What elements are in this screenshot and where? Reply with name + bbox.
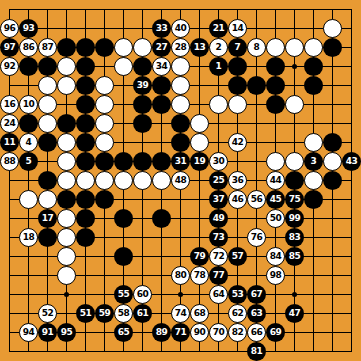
black-stone-move-81: 81 bbox=[247, 342, 266, 361]
move-number: 36 bbox=[232, 176, 244, 185]
white-stone bbox=[57, 266, 76, 285]
move-number: 17 bbox=[42, 214, 54, 223]
black-stone bbox=[323, 38, 342, 57]
black-stone-move-83: 83 bbox=[285, 228, 304, 247]
white-stone-move-14: 14 bbox=[228, 19, 247, 38]
white-stone-move-64: 64 bbox=[209, 285, 228, 304]
move-number: 91 bbox=[42, 328, 54, 337]
white-stone-move-56: 56 bbox=[247, 190, 266, 209]
white-stone bbox=[152, 171, 171, 190]
move-number: 74 bbox=[175, 309, 187, 318]
white-stone-move-36: 36 bbox=[228, 171, 247, 190]
move-number: 18 bbox=[23, 233, 35, 242]
black-stone-move-63: 63 bbox=[247, 304, 266, 323]
black-stone bbox=[76, 190, 95, 209]
white-stone-move-84: 84 bbox=[266, 247, 285, 266]
white-stone bbox=[171, 95, 190, 114]
black-stone-move-7: 7 bbox=[228, 38, 247, 57]
white-stone-move-4: 4 bbox=[19, 133, 38, 152]
black-stone bbox=[304, 190, 323, 209]
move-number: 76 bbox=[251, 233, 263, 242]
move-number: 63 bbox=[251, 309, 263, 318]
black-stone bbox=[247, 76, 266, 95]
move-number: 94 bbox=[23, 328, 35, 337]
black-stone bbox=[266, 57, 285, 76]
move-number: 45 bbox=[270, 195, 282, 204]
black-stone-move-25: 25 bbox=[209, 171, 228, 190]
hoshi-point bbox=[64, 292, 69, 297]
black-stone bbox=[323, 171, 342, 190]
black-stone bbox=[76, 76, 95, 95]
move-number: 31 bbox=[175, 157, 187, 166]
white-stone bbox=[76, 171, 95, 190]
white-stone bbox=[285, 95, 304, 114]
move-number: 64 bbox=[213, 290, 225, 299]
black-stone bbox=[152, 209, 171, 228]
white-stone bbox=[57, 209, 76, 228]
white-stone bbox=[95, 171, 114, 190]
move-number: 92 bbox=[4, 62, 16, 71]
black-stone-move-3: 3 bbox=[304, 152, 323, 171]
white-stone bbox=[57, 247, 76, 266]
white-stone-move-94: 94 bbox=[19, 323, 38, 342]
white-stone-move-60: 60 bbox=[133, 285, 152, 304]
black-stone bbox=[76, 133, 95, 152]
move-number: 25 bbox=[213, 176, 225, 185]
white-stone-move-68: 68 bbox=[190, 304, 209, 323]
black-stone-move-79: 79 bbox=[190, 247, 209, 266]
black-stone bbox=[228, 76, 247, 95]
black-stone bbox=[19, 57, 38, 76]
black-stone bbox=[76, 228, 95, 247]
move-number: 61 bbox=[137, 309, 149, 318]
move-number: 47 bbox=[289, 309, 301, 318]
white-stone bbox=[304, 171, 323, 190]
black-stone bbox=[323, 133, 342, 152]
white-stone bbox=[57, 228, 76, 247]
move-number: 48 bbox=[175, 176, 187, 185]
move-number: 95 bbox=[61, 328, 73, 337]
black-stone-move-67: 67 bbox=[247, 285, 266, 304]
black-stone bbox=[38, 133, 57, 152]
move-number: 43 bbox=[346, 157, 358, 166]
black-stone-move-77: 77 bbox=[209, 266, 228, 285]
move-number: 87 bbox=[42, 43, 54, 52]
white-stone bbox=[133, 38, 152, 57]
move-number: 52 bbox=[42, 309, 54, 318]
move-number: 39 bbox=[137, 81, 149, 90]
black-stone-move-59: 59 bbox=[95, 304, 114, 323]
white-stone-move-24: 24 bbox=[0, 114, 19, 133]
white-stone-move-82: 82 bbox=[228, 323, 247, 342]
move-number: 83 bbox=[289, 233, 301, 242]
move-number: 62 bbox=[232, 309, 244, 318]
black-stone-move-11: 11 bbox=[0, 133, 19, 152]
black-stone bbox=[304, 57, 323, 76]
black-stone bbox=[19, 114, 38, 133]
move-number: 10 bbox=[23, 100, 35, 109]
move-number: 60 bbox=[137, 290, 149, 299]
white-stone-move-2: 2 bbox=[209, 38, 228, 57]
move-number: 46 bbox=[232, 195, 244, 204]
black-stone-move-97: 97 bbox=[0, 38, 19, 57]
white-stone-move-40: 40 bbox=[171, 19, 190, 38]
black-stone bbox=[38, 228, 57, 247]
move-number: 1 bbox=[216, 62, 222, 71]
black-stone-move-47: 47 bbox=[285, 304, 304, 323]
black-stone bbox=[57, 38, 76, 57]
white-stone-move-44: 44 bbox=[266, 171, 285, 190]
move-number: 28 bbox=[175, 43, 187, 52]
black-stone-move-65: 65 bbox=[114, 323, 133, 342]
move-number: 21 bbox=[213, 24, 225, 33]
black-stone-move-45: 45 bbox=[266, 190, 285, 209]
move-number: 96 bbox=[4, 24, 16, 33]
white-stone-move-8: 8 bbox=[247, 38, 266, 57]
white-stone bbox=[323, 152, 342, 171]
move-number: 70 bbox=[213, 328, 225, 337]
black-stone bbox=[76, 38, 95, 57]
move-number: 85 bbox=[289, 252, 301, 261]
black-stone bbox=[152, 76, 171, 95]
white-stone-move-18: 18 bbox=[19, 228, 38, 247]
black-stone bbox=[304, 76, 323, 95]
move-number: 73 bbox=[213, 233, 225, 242]
hoshi-point bbox=[292, 64, 297, 69]
white-stone-move-96: 96 bbox=[0, 19, 19, 38]
black-stone-move-55: 55 bbox=[114, 285, 133, 304]
move-number: 89 bbox=[156, 328, 168, 337]
black-stone bbox=[57, 190, 76, 209]
white-stone bbox=[38, 190, 57, 209]
move-number: 81 bbox=[251, 347, 263, 356]
black-stone bbox=[38, 57, 57, 76]
black-stone bbox=[152, 95, 171, 114]
move-number: 24 bbox=[4, 119, 16, 128]
black-stone-move-19: 19 bbox=[190, 152, 209, 171]
black-stone bbox=[95, 190, 114, 209]
white-stone bbox=[95, 133, 114, 152]
move-number: 49 bbox=[213, 214, 225, 223]
black-stone bbox=[285, 171, 304, 190]
move-number: 16 bbox=[4, 100, 16, 109]
white-stone-move-58: 58 bbox=[114, 304, 133, 323]
white-stone-move-86: 86 bbox=[19, 38, 38, 57]
white-stone-move-62: 62 bbox=[228, 304, 247, 323]
white-stone-move-87: 87 bbox=[38, 38, 57, 57]
hoshi-point bbox=[292, 292, 297, 297]
move-number: 77 bbox=[213, 271, 225, 280]
white-stone-move-72: 72 bbox=[209, 247, 228, 266]
white-stone bbox=[57, 76, 76, 95]
move-number: 3 bbox=[311, 157, 317, 166]
white-stone bbox=[57, 171, 76, 190]
white-stone-move-48: 48 bbox=[171, 171, 190, 190]
black-stone-move-27: 27 bbox=[152, 38, 171, 57]
move-number: 51 bbox=[80, 309, 92, 318]
white-stone-move-42: 42 bbox=[228, 133, 247, 152]
black-stone-move-33: 33 bbox=[152, 19, 171, 38]
black-stone-move-17: 17 bbox=[38, 209, 57, 228]
move-number: 90 bbox=[194, 328, 206, 337]
move-number: 72 bbox=[213, 252, 225, 261]
white-stone bbox=[114, 38, 133, 57]
white-stone bbox=[228, 95, 247, 114]
move-number: 33 bbox=[156, 24, 168, 33]
move-number: 58 bbox=[118, 309, 130, 318]
black-stone bbox=[76, 95, 95, 114]
black-stone-move-95: 95 bbox=[57, 323, 76, 342]
move-number: 2 bbox=[216, 43, 222, 52]
black-stone bbox=[133, 114, 152, 133]
white-stone bbox=[323, 19, 342, 38]
white-stone-move-28: 28 bbox=[171, 38, 190, 57]
black-stone-move-13: 13 bbox=[190, 38, 209, 57]
go-board[interactable]: 9693334021149786872728132789234139161024… bbox=[0, 0, 361, 361]
black-stone-move-91: 91 bbox=[38, 323, 57, 342]
move-number: 86 bbox=[23, 43, 35, 52]
move-number: 44 bbox=[270, 176, 282, 185]
black-stone-move-1: 1 bbox=[209, 57, 228, 76]
white-stone bbox=[266, 152, 285, 171]
black-stone bbox=[114, 247, 133, 266]
white-stone bbox=[285, 38, 304, 57]
black-stone bbox=[114, 209, 133, 228]
white-stone-move-52: 52 bbox=[38, 304, 57, 323]
go-diagram: 9693334021149786872728132789234139161024… bbox=[0, 0, 361, 361]
black-stone-move-73: 73 bbox=[209, 228, 228, 247]
black-stone-move-5: 5 bbox=[19, 152, 38, 171]
black-stone-move-39: 39 bbox=[133, 76, 152, 95]
white-stone bbox=[114, 171, 133, 190]
black-stone bbox=[228, 57, 247, 76]
move-number: 79 bbox=[194, 252, 206, 261]
white-stone-move-92: 92 bbox=[0, 57, 19, 76]
move-number: 75 bbox=[289, 195, 301, 204]
black-stone bbox=[76, 152, 95, 171]
move-number: 13 bbox=[194, 43, 206, 52]
black-stone bbox=[266, 76, 285, 95]
move-number: 50 bbox=[270, 214, 282, 223]
move-number: 98 bbox=[270, 271, 282, 280]
white-stone bbox=[285, 152, 304, 171]
white-stone bbox=[171, 57, 190, 76]
black-stone bbox=[95, 152, 114, 171]
move-number: 71 bbox=[175, 328, 187, 337]
white-stone-move-46: 46 bbox=[228, 190, 247, 209]
move-number: 93 bbox=[23, 24, 35, 33]
white-stone bbox=[57, 133, 76, 152]
move-number: 65 bbox=[118, 328, 130, 337]
white-stone-move-74: 74 bbox=[171, 304, 190, 323]
white-stone bbox=[95, 76, 114, 95]
black-stone-move-37: 37 bbox=[209, 190, 228, 209]
black-stone bbox=[76, 209, 95, 228]
white-stone-move-34: 34 bbox=[152, 57, 171, 76]
black-stone-move-21: 21 bbox=[209, 19, 228, 38]
white-stone bbox=[95, 114, 114, 133]
white-stone bbox=[190, 114, 209, 133]
black-stone-move-43: 43 bbox=[342, 152, 361, 171]
white-stone-move-16: 16 bbox=[0, 95, 19, 114]
black-stone bbox=[152, 152, 171, 171]
black-stone bbox=[76, 57, 95, 76]
move-number: 40 bbox=[175, 24, 187, 33]
black-stone-move-93: 93 bbox=[19, 19, 38, 38]
black-stone-move-71: 71 bbox=[171, 323, 190, 342]
move-number: 97 bbox=[4, 43, 16, 52]
black-stone-move-85: 85 bbox=[285, 247, 304, 266]
move-number: 78 bbox=[194, 271, 206, 280]
white-stone-move-50: 50 bbox=[266, 209, 285, 228]
black-stone bbox=[95, 38, 114, 57]
white-stone-move-66: 66 bbox=[247, 323, 266, 342]
move-number: 5 bbox=[26, 157, 32, 166]
hoshi-point bbox=[178, 292, 183, 297]
move-number: 59 bbox=[99, 309, 111, 318]
black-stone-move-49: 49 bbox=[209, 209, 228, 228]
move-number: 7 bbox=[235, 43, 241, 52]
white-stone bbox=[57, 57, 76, 76]
move-number: 8 bbox=[254, 43, 260, 52]
move-number: 19 bbox=[194, 157, 206, 166]
white-stone-move-70: 70 bbox=[209, 323, 228, 342]
white-stone bbox=[171, 76, 190, 95]
move-number: 11 bbox=[4, 138, 16, 147]
move-number: 53 bbox=[232, 290, 244, 299]
white-stone bbox=[95, 95, 114, 114]
black-stone bbox=[76, 114, 95, 133]
black-stone bbox=[171, 114, 190, 133]
move-number: 99 bbox=[289, 214, 301, 223]
move-number: 84 bbox=[270, 252, 282, 261]
white-stone-move-76: 76 bbox=[247, 228, 266, 247]
white-stone bbox=[19, 190, 38, 209]
white-stone bbox=[133, 171, 152, 190]
move-number: 80 bbox=[175, 271, 187, 280]
black-stone-move-53: 53 bbox=[228, 285, 247, 304]
move-number: 42 bbox=[232, 138, 244, 147]
move-number: 27 bbox=[156, 43, 168, 52]
white-stone-move-80: 80 bbox=[171, 266, 190, 285]
black-stone bbox=[57, 114, 76, 133]
white-stone bbox=[304, 133, 323, 152]
black-stone bbox=[133, 152, 152, 171]
move-number: 66 bbox=[251, 328, 263, 337]
black-stone bbox=[133, 95, 152, 114]
move-number: 30 bbox=[213, 157, 225, 166]
black-stone-move-99: 99 bbox=[285, 209, 304, 228]
white-stone-move-78: 78 bbox=[190, 266, 209, 285]
black-stone-move-57: 57 bbox=[228, 247, 247, 266]
black-stone-move-89: 89 bbox=[152, 323, 171, 342]
move-number: 68 bbox=[194, 309, 206, 318]
white-stone-move-90: 90 bbox=[190, 323, 209, 342]
move-number: 37 bbox=[213, 195, 225, 204]
white-stone bbox=[57, 152, 76, 171]
white-stone bbox=[209, 95, 228, 114]
move-number: 67 bbox=[251, 290, 263, 299]
black-stone-move-61: 61 bbox=[133, 304, 152, 323]
white-stone bbox=[304, 38, 323, 57]
white-stone bbox=[190, 133, 209, 152]
black-stone bbox=[133, 57, 152, 76]
move-number: 34 bbox=[156, 62, 168, 71]
move-number: 57 bbox=[232, 252, 244, 261]
white-stone bbox=[38, 114, 57, 133]
black-stone-move-31: 31 bbox=[171, 152, 190, 171]
move-number: 88 bbox=[4, 157, 16, 166]
black-stone-move-51: 51 bbox=[76, 304, 95, 323]
black-stone-move-69: 69 bbox=[266, 323, 285, 342]
move-number: 4 bbox=[26, 138, 32, 147]
white-stone-move-10: 10 bbox=[19, 95, 38, 114]
black-stone bbox=[114, 152, 133, 171]
move-number: 69 bbox=[270, 328, 282, 337]
black-stone-move-75: 75 bbox=[285, 190, 304, 209]
move-number: 14 bbox=[232, 24, 244, 33]
white-stone bbox=[266, 38, 285, 57]
black-stone bbox=[38, 171, 57, 190]
white-stone bbox=[114, 57, 133, 76]
white-stone bbox=[38, 95, 57, 114]
move-number: 82 bbox=[232, 328, 244, 337]
black-stone bbox=[266, 95, 285, 114]
white-stone bbox=[38, 76, 57, 95]
white-stone-move-98: 98 bbox=[266, 266, 285, 285]
white-stone-move-88: 88 bbox=[0, 152, 19, 171]
black-stone bbox=[171, 133, 190, 152]
move-number: 56 bbox=[251, 195, 263, 204]
move-number: 55 bbox=[118, 290, 130, 299]
white-stone-move-30: 30 bbox=[209, 152, 228, 171]
